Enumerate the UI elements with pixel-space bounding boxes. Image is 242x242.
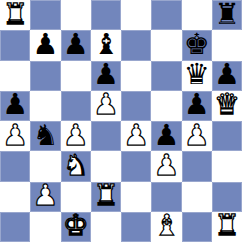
square-e3[interactable]	[121, 151, 151, 181]
square-a7[interactable]	[0, 30, 30, 60]
square-d4[interactable]	[91, 121, 121, 151]
square-f3[interactable]: ♟	[151, 151, 181, 181]
square-a2[interactable]	[0, 182, 30, 212]
square-d6[interactable]: ♟	[91, 61, 121, 91]
square-b6[interactable]	[30, 61, 60, 91]
square-h3[interactable]	[212, 151, 242, 181]
square-h2[interactable]	[212, 182, 242, 212]
square-b2[interactable]: ♟	[30, 182, 60, 212]
square-a5[interactable]: ♟	[0, 91, 30, 121]
square-h6[interactable]: ♟	[212, 61, 242, 91]
piece-black-pawn-b7[interactable]: ♟	[32, 30, 58, 59]
piece-white-rook-h1[interactable]: ♜	[214, 211, 240, 240]
piece-black-pawn-d6[interactable]: ♟	[93, 60, 119, 89]
piece-black-rook-h8[interactable]: ♜	[214, 0, 240, 29]
piece-black-pawn-f4[interactable]: ♟	[153, 121, 179, 150]
square-g7[interactable]: ♚	[182, 30, 212, 60]
piece-white-rook-a8[interactable]: ♜	[2, 0, 28, 29]
square-a4[interactable]: ♟	[0, 121, 30, 151]
piece-white-pawn-e4[interactable]: ♟	[123, 121, 149, 150]
square-c7[interactable]: ♟	[61, 30, 91, 60]
square-a3[interactable]	[0, 151, 30, 181]
square-e2[interactable]	[121, 182, 151, 212]
square-b5[interactable]	[30, 91, 60, 121]
square-b3[interactable]	[30, 151, 60, 181]
square-g6[interactable]: ♛	[182, 61, 212, 91]
square-f7[interactable]	[151, 30, 181, 60]
square-h5[interactable]: ♛	[212, 91, 242, 121]
square-e4[interactable]: ♟	[121, 121, 151, 151]
square-e8[interactable]	[121, 0, 151, 30]
piece-black-pawn-c7[interactable]: ♟	[63, 30, 89, 59]
piece-black-queen-g6[interactable]: ♛	[184, 60, 210, 89]
piece-white-queen-h5[interactable]: ♛	[214, 90, 240, 119]
square-b8[interactable]	[30, 0, 60, 30]
piece-white-pawn-d5[interactable]: ♟	[93, 90, 119, 119]
square-a8[interactable]: ♜	[0, 0, 30, 30]
square-g5[interactable]: ♟	[182, 91, 212, 121]
square-c8[interactable]	[61, 0, 91, 30]
square-e7[interactable]	[121, 30, 151, 60]
square-g1[interactable]	[182, 212, 212, 242]
square-f6[interactable]	[151, 61, 181, 91]
square-b1[interactable]	[30, 212, 60, 242]
piece-white-knight-c3[interactable]: ♞	[63, 151, 89, 180]
square-d7[interactable]: ♝	[91, 30, 121, 60]
square-a1[interactable]	[0, 212, 30, 242]
square-c3[interactable]: ♞	[61, 151, 91, 181]
piece-black-pawn-g5[interactable]: ♟	[184, 90, 210, 119]
piece-white-pawn-c4[interactable]: ♟	[63, 121, 89, 150]
square-e6[interactable]	[121, 61, 151, 91]
square-h7[interactable]	[212, 30, 242, 60]
piece-black-bishop-d7[interactable]: ♝	[93, 30, 119, 59]
square-d5[interactable]: ♟	[91, 91, 121, 121]
piece-white-pawn-b2[interactable]: ♟	[32, 181, 58, 210]
square-e5[interactable]	[121, 91, 151, 121]
piece-white-king-c1[interactable]: ♚	[63, 211, 89, 240]
square-c4[interactable]: ♟	[61, 121, 91, 151]
square-c2[interactable]	[61, 182, 91, 212]
piece-black-knight-b4[interactable]: ♞	[32, 121, 58, 150]
piece-white-rook-d2[interactable]: ♜	[93, 181, 119, 210]
square-d3[interactable]	[91, 151, 121, 181]
square-b4[interactable]: ♞	[30, 121, 60, 151]
square-d2[interactable]: ♜	[91, 182, 121, 212]
square-d1[interactable]	[91, 212, 121, 242]
square-c6[interactable]	[61, 61, 91, 91]
piece-white-pawn-g4[interactable]: ♟	[184, 121, 210, 150]
square-f5[interactable]	[151, 91, 181, 121]
chess-board: ♜♜♟♟♝♚♟♛♟♟♟♟♛♟♞♟♟♟♟♞♟♟♜♚♝♜	[0, 0, 242, 242]
square-f4[interactable]: ♟	[151, 121, 181, 151]
square-a6[interactable]	[0, 61, 30, 91]
square-f1[interactable]: ♝	[151, 212, 181, 242]
square-e1[interactable]	[121, 212, 151, 242]
square-g3[interactable]	[182, 151, 212, 181]
piece-white-pawn-f3[interactable]: ♟	[153, 151, 179, 180]
piece-black-pawn-h6[interactable]: ♟	[214, 60, 240, 89]
square-f8[interactable]	[151, 0, 181, 30]
square-g2[interactable]	[182, 182, 212, 212]
piece-white-bishop-f1[interactable]: ♝	[153, 211, 179, 240]
square-c5[interactable]	[61, 91, 91, 121]
square-h8[interactable]: ♜	[212, 0, 242, 30]
square-f2[interactable]	[151, 182, 181, 212]
piece-black-king-g7[interactable]: ♚	[184, 30, 210, 59]
square-b7[interactable]: ♟	[30, 30, 60, 60]
square-h1[interactable]: ♜	[212, 212, 242, 242]
piece-white-pawn-a4[interactable]: ♟	[2, 121, 28, 150]
piece-black-pawn-a5[interactable]: ♟	[2, 90, 28, 119]
square-g4[interactable]: ♟	[182, 121, 212, 151]
square-d8[interactable]	[91, 0, 121, 30]
square-h4[interactable]	[212, 121, 242, 151]
square-c1[interactable]: ♚	[61, 212, 91, 242]
square-g8[interactable]	[182, 0, 212, 30]
